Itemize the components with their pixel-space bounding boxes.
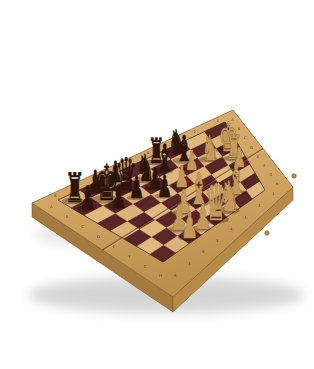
black-pawn: ♟ xyxy=(129,170,144,206)
coordinate-label: G xyxy=(269,173,272,177)
white-knight: ♞ xyxy=(202,129,219,167)
coordinate-label: H xyxy=(159,274,162,278)
coordinate-label: F xyxy=(128,255,130,259)
coordinate-label: D xyxy=(97,235,100,239)
brass-clasp-icon xyxy=(265,231,270,236)
black-pawn: ♟ xyxy=(110,178,126,215)
coordinate-label: H xyxy=(276,182,279,186)
white-pawn: ♟ xyxy=(181,204,199,246)
coordinate-label: D xyxy=(250,146,253,150)
coordinate-label: 5 xyxy=(216,239,218,243)
coordinate-label: 1 xyxy=(272,192,274,196)
coordinate-label: F xyxy=(263,164,265,168)
coordinate-label: 7 xyxy=(188,262,190,266)
chess-set-photo: 87654321ABCDEFGH12345678ABCDEFGH ♚♞♜♞♝♜♟… xyxy=(0,0,314,369)
black-pawn: ♟ xyxy=(79,180,95,217)
coordinate-label: 2 xyxy=(258,204,260,208)
coordinate-label: 3 xyxy=(244,216,246,220)
coordinate-label: G xyxy=(144,265,147,269)
coordinate-label: 2 xyxy=(193,130,195,134)
chessboard-scene: 87654321ABCDEFGH12345678ABCDEFGH ♚♞♜♞♝♜♟… xyxy=(0,0,314,369)
brass-clasp-icon xyxy=(292,174,297,179)
